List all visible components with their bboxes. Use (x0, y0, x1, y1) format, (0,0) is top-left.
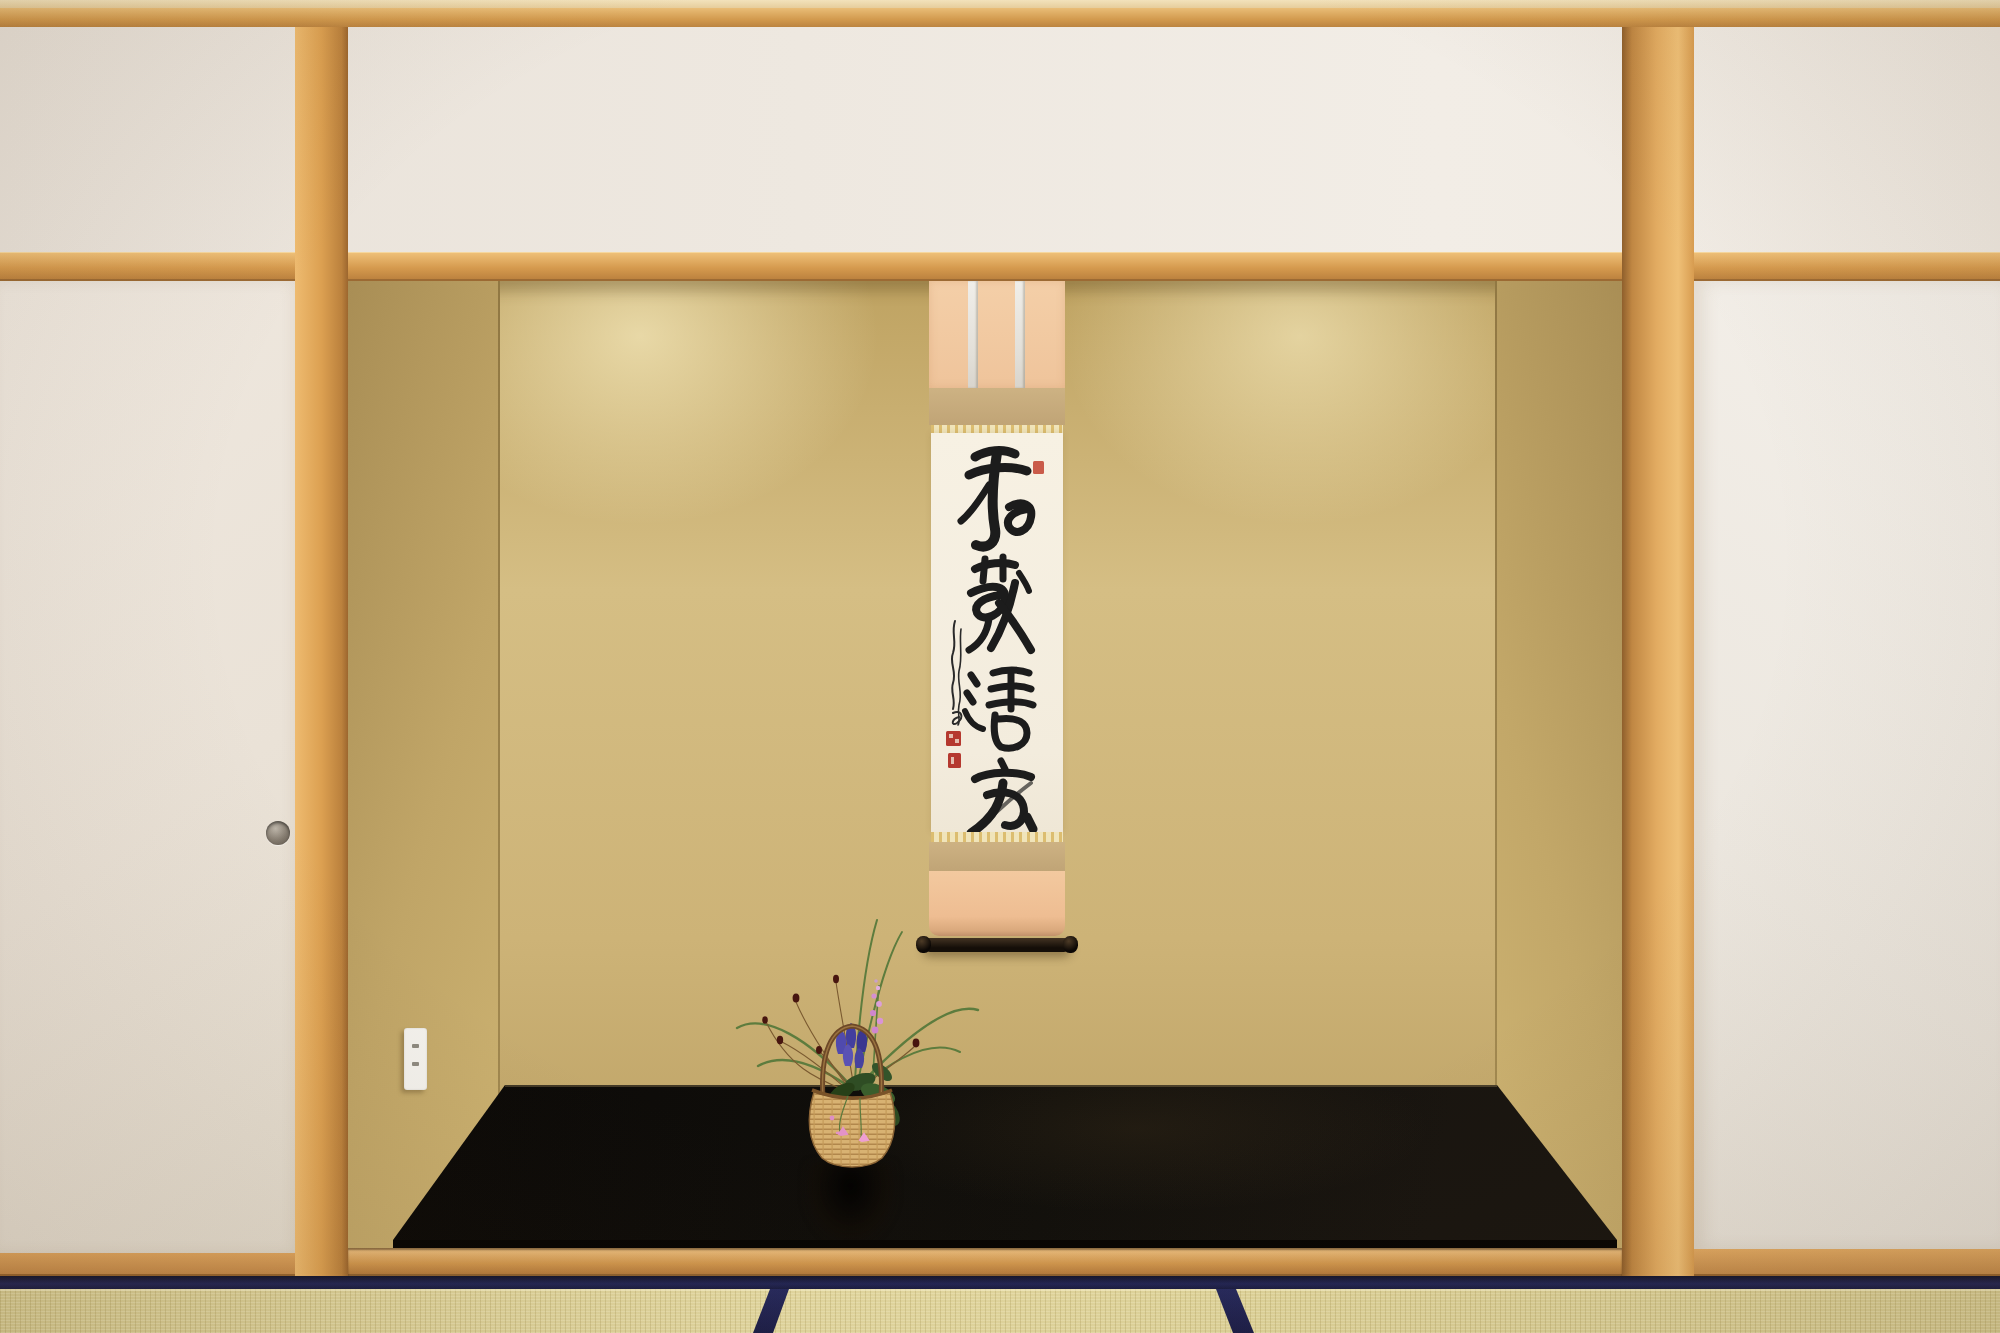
kanji-sei (965, 670, 1033, 748)
scroll-band-top (929, 388, 1065, 425)
futai-strap-left (968, 281, 978, 388)
kanji-wa (961, 450, 1031, 546)
scroll-top-fabric (929, 281, 1065, 388)
alcove-side-wall-left (348, 281, 500, 1248)
hanging-scroll (929, 281, 1065, 959)
tatami-edge-band (0, 1276, 2000, 1289)
kanji-jaku (971, 761, 1033, 832)
fusuma-door-left (0, 281, 302, 1253)
top-wood-beam (0, 8, 2000, 28)
signature-column (952, 621, 962, 725)
jiku-knob-right (1063, 936, 1078, 953)
door-bottom-rail-right (1694, 1249, 2000, 1276)
chabana-arrangement (710, 880, 1010, 1180)
tatami-floor (0, 1289, 2000, 1333)
wood-post-right (1622, 27, 1694, 1276)
scroll-band-bottom (929, 842, 1065, 871)
kanji-kei (969, 557, 1031, 650)
fusuma-door-right (1694, 281, 2000, 1249)
wall-outlet (404, 1028, 427, 1090)
ichimonji-strip-top (931, 425, 1063, 433)
tatami-room-photo: Tokonoma alcove of a Japanese tatami tea… (0, 0, 2000, 1333)
door-handle-hikite (266, 821, 290, 845)
ichimonji-strip-bottom (931, 832, 1063, 842)
ceiling-trim (0, 0, 2000, 8)
calligraphy-brushwork (931, 433, 1063, 832)
futai-strap-right (1015, 281, 1025, 388)
alcove-side-wall-right (1495, 281, 1622, 1248)
board-front-edge (393, 1240, 1617, 1248)
toko-gamachi-front-rail (348, 1248, 1622, 1276)
wood-post-left (295, 27, 348, 1276)
door-bottom-rail-left (0, 1253, 302, 1276)
